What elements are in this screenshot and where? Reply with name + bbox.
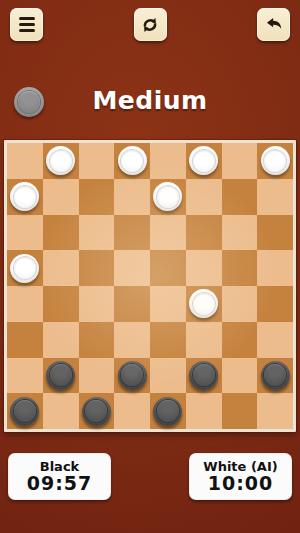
board-square[interactable]: [186, 143, 222, 179]
checkers-board: [4, 140, 296, 432]
white-piece[interactable]: [189, 146, 218, 175]
board-square: [150, 215, 186, 251]
board-square[interactable]: [43, 215, 79, 251]
white-piece[interactable]: [10, 182, 39, 211]
board-square[interactable]: [114, 358, 150, 394]
black-piece[interactable]: [46, 361, 75, 390]
board-square[interactable]: [257, 215, 293, 251]
board-square: [222, 358, 258, 394]
board-square: [43, 179, 79, 215]
board-square: [114, 250, 150, 286]
menu-button[interactable]: [10, 8, 43, 41]
status-row: Medium: [0, 86, 300, 120]
app-screen: Medium Black 09:57 White (AI) 10:00: [0, 0, 300, 533]
board-square[interactable]: [43, 286, 79, 322]
black-piece[interactable]: [82, 397, 111, 426]
board-square[interactable]: [222, 179, 258, 215]
board-square[interactable]: [257, 286, 293, 322]
board-square: [186, 322, 222, 358]
white-piece[interactable]: [261, 146, 290, 175]
board-square[interactable]: [222, 322, 258, 358]
board-square: [79, 143, 115, 179]
board-square: [114, 179, 150, 215]
white-piece[interactable]: [189, 289, 218, 318]
white-clock-time: 10:00: [208, 474, 273, 493]
black-piece[interactable]: [118, 361, 147, 390]
black-piece[interactable]: [153, 397, 182, 426]
board-square: [7, 143, 43, 179]
board-square[interactable]: [7, 250, 43, 286]
toolbar: [0, 8, 300, 41]
board-square: [7, 215, 43, 251]
board-square: [222, 286, 258, 322]
board-square: [7, 358, 43, 394]
black-piece[interactable]: [261, 361, 290, 390]
undo-button[interactable]: [257, 8, 290, 41]
board-square: [186, 250, 222, 286]
difficulty-label: Medium: [0, 86, 300, 115]
board-square[interactable]: [150, 322, 186, 358]
board-square: [186, 179, 222, 215]
hamburger-icon: [19, 17, 35, 32]
board-square: [257, 179, 293, 215]
black-piece[interactable]: [189, 361, 218, 390]
board-square: [43, 322, 79, 358]
board-square[interactable]: [7, 393, 43, 429]
board-square: [150, 143, 186, 179]
board-square[interactable]: [186, 215, 222, 251]
board-square: [43, 393, 79, 429]
board-square: [114, 322, 150, 358]
board-square[interactable]: [222, 250, 258, 286]
refresh-icon: [140, 15, 160, 35]
undo-arrow-icon: [264, 15, 284, 35]
black-clock-time: 09:57: [27, 474, 92, 493]
board-square[interactable]: [222, 393, 258, 429]
white-piece[interactable]: [118, 146, 147, 175]
board-square[interactable]: [79, 393, 115, 429]
board-square[interactable]: [150, 250, 186, 286]
white-clock: White (AI) 10:00: [189, 453, 292, 500]
board-square[interactable]: [186, 358, 222, 394]
white-piece[interactable]: [10, 254, 39, 283]
board-square[interactable]: [79, 250, 115, 286]
board-square[interactable]: [186, 286, 222, 322]
board-square[interactable]: [7, 322, 43, 358]
board-grid: [7, 143, 293, 429]
board-square[interactable]: [114, 143, 150, 179]
board-square[interactable]: [114, 215, 150, 251]
board-square: [43, 250, 79, 286]
board-square: [257, 322, 293, 358]
board-square[interactable]: [257, 143, 293, 179]
board-square: [257, 393, 293, 429]
white-piece[interactable]: [46, 146, 75, 175]
board-square: [79, 286, 115, 322]
board-square[interactable]: [150, 179, 186, 215]
board-square[interactable]: [150, 393, 186, 429]
board-square: [79, 358, 115, 394]
board-square[interactable]: [43, 358, 79, 394]
black-clock: Black 09:57: [8, 453, 111, 500]
white-piece[interactable]: [153, 182, 182, 211]
board-square[interactable]: [257, 358, 293, 394]
board-square[interactable]: [43, 143, 79, 179]
board-square[interactable]: [79, 179, 115, 215]
board-square: [222, 215, 258, 251]
restart-button[interactable]: [134, 8, 167, 41]
board-square: [257, 250, 293, 286]
board-square[interactable]: [7, 179, 43, 215]
black-piece[interactable]: [10, 397, 39, 426]
board-square: [114, 393, 150, 429]
board-square: [150, 286, 186, 322]
board-square: [79, 215, 115, 251]
board-square[interactable]: [114, 286, 150, 322]
board-square: [7, 286, 43, 322]
board-square: [150, 358, 186, 394]
board-square[interactable]: [79, 322, 115, 358]
board-square: [222, 143, 258, 179]
board-square: [186, 393, 222, 429]
clocks-row: Black 09:57 White (AI) 10:00: [0, 453, 300, 500]
